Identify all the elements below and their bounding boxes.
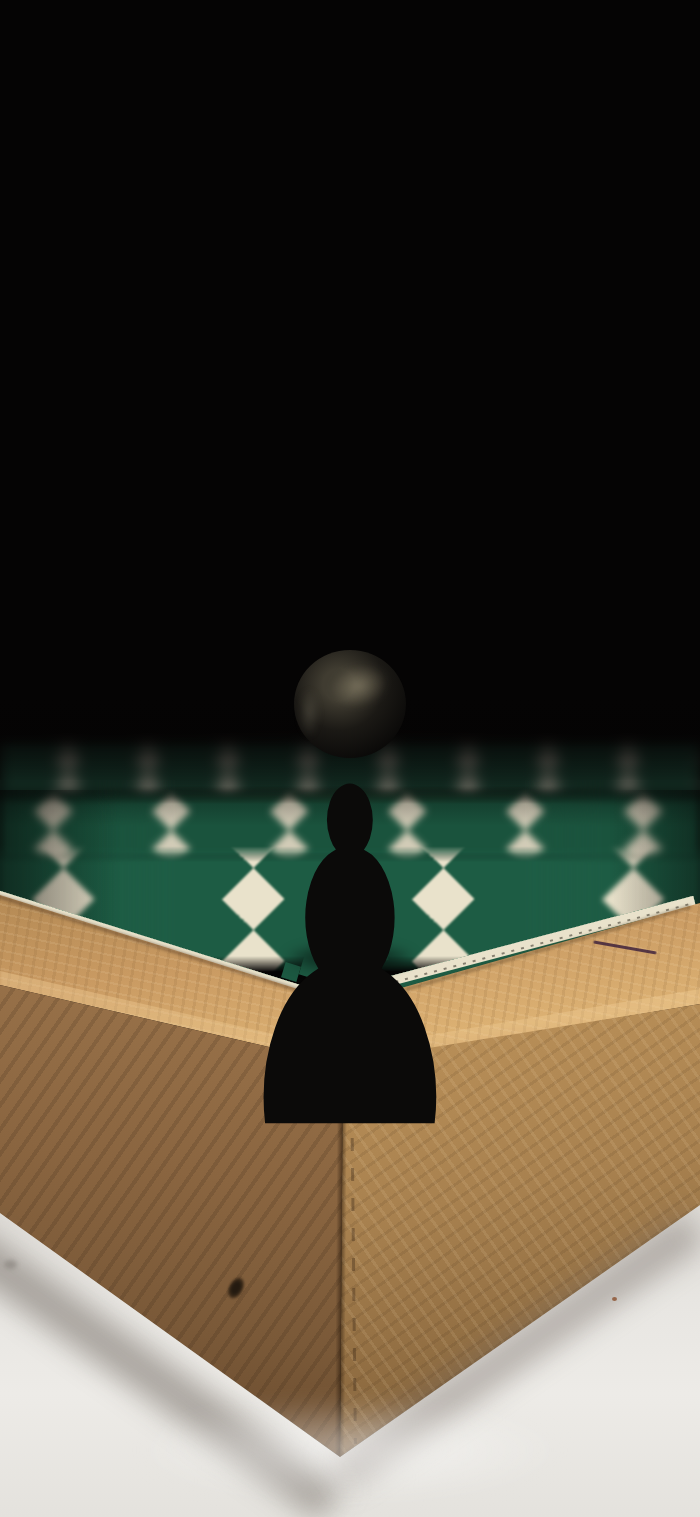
pawn-head-rimlight [298, 688, 320, 738]
pawn-collar-disc [287, 744, 411, 776]
crumb-speck [612, 1297, 617, 1301]
smudge [4, 1260, 17, 1269]
photo-scene: ♟ ♟ [0, 0, 700, 1517]
tabletop-highlight [60, 1380, 640, 1517]
